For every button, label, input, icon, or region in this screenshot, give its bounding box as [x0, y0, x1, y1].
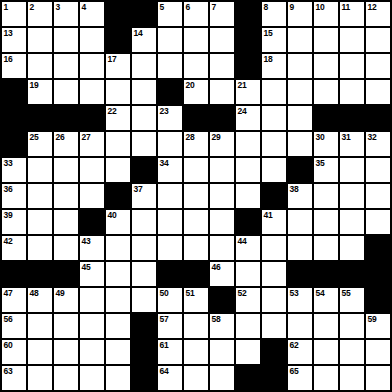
- cell-r15c5[interactable]: [106, 366, 130, 390]
- cell-r4c8[interactable]: 20: [184, 80, 208, 104]
- cell-r13c12[interactable]: [288, 314, 312, 338]
- clue-number-56: 56: [4, 314, 13, 324]
- clue-number-59: 59: [368, 314, 377, 324]
- clue-number-12: 12: [368, 2, 377, 12]
- cell-r9c1[interactable]: 39: [2, 210, 26, 234]
- cell-r9c13[interactable]: [314, 210, 338, 234]
- black-square-r15c6: [132, 366, 156, 390]
- clue-number-53: 53: [290, 288, 299, 298]
- clue-number-34: 34: [160, 158, 169, 168]
- black-square-r4c1: [2, 80, 26, 104]
- cell-r6c2[interactable]: 25: [28, 132, 52, 156]
- clue-number-47: 47: [4, 288, 13, 298]
- black-square-r6c1: [2, 132, 26, 156]
- cell-r6c8[interactable]: 28: [184, 132, 208, 156]
- clue-number-27: 27: [82, 132, 91, 142]
- cell-r5c7[interactable]: 23: [158, 106, 182, 130]
- cell-r6c4[interactable]: 27: [80, 132, 104, 156]
- cell-r9c14[interactable]: [340, 210, 364, 234]
- black-square-r1c5: [106, 2, 130, 26]
- clue-number-63: 63: [4, 366, 13, 376]
- cell-r9c8[interactable]: [184, 210, 208, 234]
- cell-r1c7[interactable]: 5: [158, 2, 182, 26]
- cell-r1c14[interactable]: 11: [340, 2, 364, 26]
- clue-number-44: 44: [238, 236, 247, 246]
- cell-r13c11[interactable]: [262, 314, 286, 338]
- cell-r2c3[interactable]: [54, 28, 78, 52]
- cell-r12c14[interactable]: 55: [340, 288, 364, 312]
- cell-r10c1[interactable]: 42: [2, 236, 26, 260]
- cell-r10c5[interactable]: [106, 236, 130, 260]
- cell-r13c2[interactable]: [28, 314, 52, 338]
- clue-number-39: 39: [4, 210, 13, 220]
- cell-r12c6[interactable]: [132, 288, 156, 312]
- black-square-r4c7: [158, 80, 182, 104]
- black-square-r1c10: [236, 2, 260, 26]
- cell-r6c10[interactable]: [236, 132, 260, 156]
- cell-r2c7[interactable]: [158, 28, 182, 52]
- cell-r11c9[interactable]: 46: [210, 262, 234, 286]
- cell-r5c11[interactable]: [262, 106, 286, 130]
- clue-number-20: 20: [186, 80, 195, 90]
- cell-r10c7[interactable]: [158, 236, 182, 260]
- cell-r10c11[interactable]: [262, 236, 286, 260]
- cell-r3c9[interactable]: [210, 54, 234, 78]
- cell-r13c14[interactable]: [340, 314, 364, 338]
- cell-r4c4[interactable]: [80, 80, 104, 104]
- cell-r4c5[interactable]: [106, 80, 130, 104]
- cell-r3c8[interactable]: [184, 54, 208, 78]
- cell-r10c14[interactable]: [340, 236, 364, 260]
- cell-r14c15[interactable]: [366, 340, 390, 364]
- clue-number-29: 29: [212, 132, 221, 142]
- clue-number-24: 24: [238, 106, 247, 116]
- cell-r3c6[interactable]: [132, 54, 156, 78]
- cell-r10c8[interactable]: [184, 236, 208, 260]
- clue-number-4: 4: [82, 2, 87, 12]
- clue-number-37: 37: [134, 184, 143, 194]
- cell-r9c11[interactable]: 41: [262, 210, 286, 234]
- cell-r2c11[interactable]: 15: [262, 28, 286, 52]
- cell-r8c7[interactable]: [158, 184, 182, 208]
- cell-r3c2[interactable]: [28, 54, 52, 78]
- black-square-r11c1: [2, 262, 26, 286]
- clue-number-43: 43: [82, 236, 91, 246]
- cell-r13c15[interactable]: 59: [366, 314, 390, 338]
- clue-number-15: 15: [264, 28, 273, 38]
- black-square-r7c12: [288, 158, 312, 182]
- clue-number-18: 18: [264, 54, 273, 64]
- cell-r7c9[interactable]: [210, 158, 234, 182]
- black-square-r1c6: [132, 2, 156, 26]
- cell-r13c13[interactable]: [314, 314, 338, 338]
- black-square-r8c5: [106, 184, 130, 208]
- clue-number-13: 13: [4, 28, 13, 38]
- cell-r3c15[interactable]: [366, 54, 390, 78]
- cell-r4c9[interactable]: [210, 80, 234, 104]
- cell-r2c8[interactable]: [184, 28, 208, 52]
- clue-number-46: 46: [212, 262, 221, 272]
- cell-r10c6[interactable]: [132, 236, 156, 260]
- cell-r1c15[interactable]: 12: [366, 2, 390, 26]
- cell-r11c11[interactable]: [262, 262, 286, 286]
- clue-number-54: 54: [316, 288, 325, 298]
- cell-r4c15[interactable]: [366, 80, 390, 104]
- clue-number-61: 61: [160, 340, 169, 350]
- cell-r9c3[interactable]: [54, 210, 78, 234]
- black-square-r11c12: [288, 262, 312, 286]
- clue-number-60: 60: [4, 340, 13, 350]
- cell-r13c8[interactable]: [184, 314, 208, 338]
- cell-r2c9[interactable]: [210, 28, 234, 52]
- cell-r6c9[interactable]: 29: [210, 132, 234, 156]
- black-square-r9c4: [80, 210, 104, 234]
- cell-r7c5[interactable]: [106, 158, 130, 182]
- cell-r15c7[interactable]: 64: [158, 366, 182, 390]
- cell-r1c9[interactable]: 7: [210, 2, 234, 26]
- cell-r1c3[interactable]: 3: [54, 2, 78, 26]
- cell-r13c1[interactable]: 56: [2, 314, 26, 338]
- cell-r7c8[interactable]: [184, 158, 208, 182]
- cell-r4c3[interactable]: [54, 80, 78, 104]
- cell-r9c6[interactable]: [132, 210, 156, 234]
- clue-number-49: 49: [56, 288, 65, 298]
- cell-r12c8[interactable]: 51: [184, 288, 208, 312]
- cell-r13c3[interactable]: [54, 314, 78, 338]
- cell-r15c12[interactable]: 65: [288, 366, 312, 390]
- cell-r8c13[interactable]: [314, 184, 338, 208]
- clue-number-19: 19: [30, 80, 39, 90]
- clue-number-36: 36: [4, 184, 13, 194]
- cell-r6c13[interactable]: 30: [314, 132, 338, 156]
- black-square-r7c6: [132, 158, 156, 182]
- cell-r11c6[interactable]: [132, 262, 156, 286]
- black-square-r5c14: [340, 106, 364, 130]
- cell-r5c12[interactable]: [288, 106, 312, 130]
- clue-number-23: 23: [160, 106, 169, 116]
- clue-number-52: 52: [238, 288, 247, 298]
- clue-number-11: 11: [342, 2, 351, 12]
- black-square-r5c8: [184, 106, 208, 130]
- cell-r15c3[interactable]: [54, 366, 78, 390]
- cell-r8c3[interactable]: [54, 184, 78, 208]
- cell-r9c15[interactable]: [366, 210, 390, 234]
- cell-r4c10[interactable]: 21: [236, 80, 260, 104]
- clue-number-17: 17: [108, 54, 117, 64]
- cell-r9c5[interactable]: 40: [106, 210, 130, 234]
- clue-number-3: 3: [56, 2, 61, 12]
- cell-r12c13[interactable]: 54: [314, 288, 338, 312]
- cell-r14c1[interactable]: 60: [2, 340, 26, 364]
- cell-r9c2[interactable]: [28, 210, 52, 234]
- black-square-r2c10: [236, 28, 260, 52]
- cell-r12c3[interactable]: 49: [54, 288, 78, 312]
- black-square-r11c8: [184, 262, 208, 286]
- cell-r14c12[interactable]: 62: [288, 340, 312, 364]
- cell-r2c4[interactable]: [80, 28, 104, 52]
- cell-r1c1[interactable]: 1: [2, 2, 26, 26]
- cell-r3c1[interactable]: 16: [2, 54, 26, 78]
- cell-r14c2[interactable]: [28, 340, 52, 364]
- cell-r8c6[interactable]: 37: [132, 184, 156, 208]
- black-square-r5c1: [2, 106, 26, 130]
- cell-r4c13[interactable]: [314, 80, 338, 104]
- cell-r2c14[interactable]: [340, 28, 364, 52]
- cell-r2c2[interactable]: [28, 28, 52, 52]
- cell-r8c2[interactable]: [28, 184, 52, 208]
- cell-r9c12[interactable]: [288, 210, 312, 234]
- cell-r15c14[interactable]: [340, 366, 364, 390]
- black-square-r5c13: [314, 106, 338, 130]
- cell-r8c4[interactable]: [80, 184, 104, 208]
- cell-r4c2[interactable]: 19: [28, 80, 52, 104]
- clue-number-26: 26: [56, 132, 65, 142]
- cell-r1c8[interactable]: 6: [184, 2, 208, 26]
- black-square-r5c15: [366, 106, 390, 130]
- clue-number-10: 10: [316, 2, 325, 12]
- black-square-r12c9: [210, 288, 234, 312]
- clue-number-32: 32: [368, 132, 377, 142]
- clue-number-45: 45: [82, 262, 91, 272]
- cell-r14c10[interactable]: [236, 340, 260, 364]
- clue-number-31: 31: [342, 132, 351, 142]
- black-square-r10c15: [366, 236, 390, 260]
- cell-r4c11[interactable]: [262, 80, 286, 104]
- cell-r3c4[interactable]: [80, 54, 104, 78]
- cell-r3c13[interactable]: [314, 54, 338, 78]
- black-square-r9c10: [236, 210, 260, 234]
- clue-number-30: 30: [316, 132, 325, 142]
- cell-r2c13[interactable]: [314, 28, 338, 52]
- clue-number-6: 6: [186, 2, 191, 12]
- cell-r1c12[interactable]: 9: [288, 2, 312, 26]
- clue-number-51: 51: [186, 288, 195, 298]
- cell-r8c8[interactable]: [184, 184, 208, 208]
- cell-r13c7[interactable]: 57: [158, 314, 182, 338]
- clue-number-28: 28: [186, 132, 195, 142]
- black-square-r11c3: [54, 262, 78, 286]
- black-square-r13c6: [132, 314, 156, 338]
- black-square-r12c15: [366, 288, 390, 312]
- cell-r14c7[interactable]: 61: [158, 340, 182, 364]
- cell-r1c13[interactable]: 10: [314, 2, 338, 26]
- cell-r1c11[interactable]: 8: [262, 2, 286, 26]
- cell-r10c2[interactable]: [28, 236, 52, 260]
- cell-r9c9[interactable]: [210, 210, 234, 234]
- cell-r13c10[interactable]: [236, 314, 260, 338]
- cell-r6c15[interactable]: 32: [366, 132, 390, 156]
- clue-number-57: 57: [160, 314, 169, 324]
- cell-r2c1[interactable]: 13: [2, 28, 26, 52]
- clue-number-7: 7: [212, 2, 217, 12]
- cell-r2c6[interactable]: 14: [132, 28, 156, 52]
- cell-r15c4[interactable]: [80, 366, 104, 390]
- cell-r12c7[interactable]: 50: [158, 288, 182, 312]
- black-square-r11c2: [28, 262, 52, 286]
- cell-r7c7[interactable]: 34: [158, 158, 182, 182]
- cell-r12c12[interactable]: 53: [288, 288, 312, 312]
- cell-r4c14[interactable]: [340, 80, 364, 104]
- black-square-r14c6: [132, 340, 156, 364]
- clue-number-21: 21: [238, 80, 247, 90]
- clue-number-48: 48: [30, 288, 39, 298]
- cell-r7c13[interactable]: 35: [314, 158, 338, 182]
- clue-number-22: 22: [108, 106, 117, 116]
- black-square-r5c2: [28, 106, 52, 130]
- cell-r11c4[interactable]: 45: [80, 262, 104, 286]
- cell-r3c12[interactable]: [288, 54, 312, 78]
- black-square-r5c4: [80, 106, 104, 130]
- cell-r4c12[interactable]: [288, 80, 312, 104]
- cell-r7c3[interactable]: [54, 158, 78, 182]
- clue-number-64: 64: [160, 366, 169, 376]
- cell-r6c3[interactable]: 26: [54, 132, 78, 156]
- cell-r15c8[interactable]: [184, 366, 208, 390]
- cell-r15c9[interactable]: [210, 366, 234, 390]
- cell-r10c12[interactable]: [288, 236, 312, 260]
- cell-r10c4[interactable]: 43: [80, 236, 104, 260]
- cell-r12c11[interactable]: [262, 288, 286, 312]
- clue-number-25: 25: [30, 132, 39, 142]
- clue-number-58: 58: [212, 314, 221, 324]
- cell-r3c3[interactable]: [54, 54, 78, 78]
- cell-r3c14[interactable]: [340, 54, 364, 78]
- cell-r12c4[interactable]: [80, 288, 104, 312]
- cell-r5c6[interactable]: [132, 106, 156, 130]
- black-square-r15c11: [262, 366, 286, 390]
- cell-r14c14[interactable]: [340, 340, 364, 364]
- clue-number-40: 40: [108, 210, 117, 220]
- cell-r7c2[interactable]: [28, 158, 52, 182]
- clue-number-1: 1: [4, 2, 9, 12]
- cell-r2c15[interactable]: [366, 28, 390, 52]
- cell-r3c11[interactable]: 18: [262, 54, 286, 78]
- cell-r13c5[interactable]: [106, 314, 130, 338]
- cell-r3c5[interactable]: 17: [106, 54, 130, 78]
- cell-r10c3[interactable]: [54, 236, 78, 260]
- clue-number-5: 5: [160, 2, 165, 12]
- cell-r10c10[interactable]: 44: [236, 236, 260, 260]
- black-square-r5c9: [210, 106, 234, 130]
- clue-number-8: 8: [264, 2, 269, 12]
- clue-number-65: 65: [290, 366, 299, 376]
- cell-r6c12[interactable]: [288, 132, 312, 156]
- cell-r1c2[interactable]: 2: [28, 2, 52, 26]
- black-square-r15c10: [236, 366, 260, 390]
- black-square-r2c5: [106, 28, 130, 52]
- cell-r7c1[interactable]: 33: [2, 158, 26, 182]
- cell-r9c7[interactable]: [158, 210, 182, 234]
- cell-r12c5[interactable]: [106, 288, 130, 312]
- cell-r8c14[interactable]: [340, 184, 364, 208]
- cell-r10c13[interactable]: [314, 236, 338, 260]
- cell-r4c6[interactable]: [132, 80, 156, 104]
- clue-number-35: 35: [316, 158, 325, 168]
- cell-r5c5[interactable]: 22: [106, 106, 130, 130]
- black-square-r14c11: [262, 340, 286, 364]
- black-square-r11c14: [340, 262, 364, 286]
- cell-r7c10[interactable]: [236, 158, 260, 182]
- cell-r10c9[interactable]: [210, 236, 234, 260]
- cell-r8c12[interactable]: 38: [288, 184, 312, 208]
- cell-r8c15[interactable]: [366, 184, 390, 208]
- black-square-r11c15: [366, 262, 390, 286]
- cell-r11c10[interactable]: [236, 262, 260, 286]
- clue-number-42: 42: [4, 236, 13, 246]
- clue-number-38: 38: [290, 184, 299, 194]
- clue-number-16: 16: [4, 54, 13, 64]
- cell-r7c4[interactable]: [80, 158, 104, 182]
- cell-r12c10[interactable]: 52: [236, 288, 260, 312]
- cell-r15c13[interactable]: [314, 366, 338, 390]
- cell-r15c2[interactable]: [28, 366, 52, 390]
- cell-r14c3[interactable]: [54, 340, 78, 364]
- cell-r6c11[interactable]: [262, 132, 286, 156]
- cell-r7c11[interactable]: [262, 158, 286, 182]
- black-square-r3c10: [236, 54, 260, 78]
- cell-r14c8[interactable]: [184, 340, 208, 364]
- clue-number-14: 14: [134, 28, 143, 38]
- cell-r11c5[interactable]: [106, 262, 130, 286]
- cell-r6c7[interactable]: [158, 132, 182, 156]
- crossword-grid: 1234567891011121314151617181920212223242…: [0, 0, 392, 392]
- cell-r12c1[interactable]: 47: [2, 288, 26, 312]
- cell-r7c15[interactable]: [366, 158, 390, 182]
- black-square-r5c3: [54, 106, 78, 130]
- cell-r5c10[interactable]: 24: [236, 106, 260, 130]
- cell-r12c2[interactable]: 48: [28, 288, 52, 312]
- cell-r15c15[interactable]: [366, 366, 390, 390]
- black-square-r8c11: [262, 184, 286, 208]
- cell-r7c14[interactable]: [340, 158, 364, 182]
- clue-number-62: 62: [290, 340, 299, 350]
- cell-r1c4[interactable]: 4: [80, 2, 104, 26]
- cell-r15c1[interactable]: 63: [2, 366, 26, 390]
- clue-number-41: 41: [264, 210, 273, 220]
- clue-number-33: 33: [4, 158, 13, 168]
- black-square-r11c7: [158, 262, 182, 286]
- clue-number-2: 2: [30, 2, 35, 12]
- cell-r14c9[interactable]: [210, 340, 234, 364]
- cell-r2c12[interactable]: [288, 28, 312, 52]
- cell-r3c7[interactable]: [158, 54, 182, 78]
- cell-r6c6[interactable]: [132, 132, 156, 156]
- cell-r14c4[interactable]: [80, 340, 104, 364]
- cell-r14c5[interactable]: [106, 340, 130, 364]
- cell-r6c5[interactable]: [106, 132, 130, 156]
- clue-number-50: 50: [160, 288, 169, 298]
- cell-r8c10[interactable]: [236, 184, 260, 208]
- cell-r13c4[interactable]: [80, 314, 104, 338]
- cell-r14c13[interactable]: [314, 340, 338, 364]
- cell-r6c14[interactable]: 31: [340, 132, 364, 156]
- black-square-r11c13: [314, 262, 338, 286]
- clue-number-55: 55: [342, 288, 351, 298]
- clue-number-9: 9: [290, 2, 295, 12]
- cell-r8c9[interactable]: [210, 184, 234, 208]
- cell-r13c9[interactable]: 58: [210, 314, 234, 338]
- cell-r8c1[interactable]: 36: [2, 184, 26, 208]
